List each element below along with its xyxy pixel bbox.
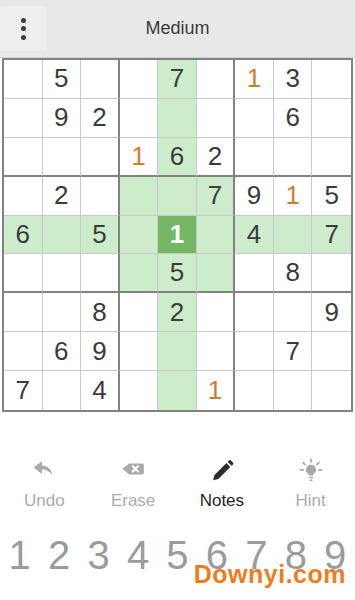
cell-r8c7[interactable] bbox=[235, 332, 274, 371]
undo-button[interactable]: Undo bbox=[0, 458, 89, 511]
cell-r9c5[interactable] bbox=[158, 371, 197, 410]
cell-r7c7[interactable] bbox=[235, 293, 274, 332]
cell-r5c6[interactable] bbox=[197, 216, 236, 255]
cell-r8c6[interactable] bbox=[197, 332, 236, 371]
notes-button[interactable]: Notes bbox=[178, 458, 267, 511]
cell-r8c1[interactable] bbox=[4, 332, 43, 371]
notes-label: Notes bbox=[200, 491, 244, 511]
cell-r4c5[interactable] bbox=[158, 177, 197, 216]
cell-r8c4[interactable] bbox=[120, 332, 159, 371]
watermark: Downyi.com bbox=[194, 560, 346, 589]
cell-r2c7[interactable] bbox=[235, 99, 274, 138]
cell-r6c5[interactable]: 5 bbox=[158, 254, 197, 293]
cell-r1c1[interactable] bbox=[4, 60, 43, 99]
cell-r1c3[interactable] bbox=[81, 60, 120, 99]
cell-r8c2[interactable]: 6 bbox=[43, 332, 82, 371]
cell-r6c8[interactable]: 8 bbox=[274, 254, 313, 293]
cell-r1c5[interactable]: 7 bbox=[158, 60, 197, 99]
cell-r4c8[interactable]: 1 bbox=[274, 177, 313, 216]
sudoku-app: Medium 5713926162279156514758829697741 U… bbox=[0, 0, 355, 600]
cell-r7c3[interactable]: 8 bbox=[81, 293, 120, 332]
erase-button[interactable]: Erase bbox=[89, 458, 178, 511]
cell-r8c9[interactable] bbox=[312, 332, 351, 371]
cell-r2c2[interactable]: 9 bbox=[43, 99, 82, 138]
cell-r2c8[interactable]: 6 bbox=[274, 99, 313, 138]
cell-r4c9[interactable]: 5 bbox=[312, 177, 351, 216]
cell-r2c6[interactable] bbox=[197, 99, 236, 138]
cell-r5c4[interactable] bbox=[120, 216, 159, 255]
cell-r5c7[interactable]: 4 bbox=[235, 216, 274, 255]
numpad-key-4[interactable]: 4 bbox=[118, 535, 157, 575]
numpad-key-3[interactable]: 3 bbox=[79, 535, 118, 575]
cell-r2c4[interactable] bbox=[120, 99, 159, 138]
cell-r6c1[interactable] bbox=[4, 254, 43, 293]
menu-button[interactable] bbox=[0, 6, 46, 51]
cell-r7c8[interactable] bbox=[274, 293, 313, 332]
cell-r8c8[interactable]: 7 bbox=[274, 332, 313, 371]
cell-r4c2[interactable]: 2 bbox=[43, 177, 82, 216]
cell-r9c9[interactable] bbox=[312, 371, 351, 410]
cell-r7c9[interactable]: 9 bbox=[312, 293, 351, 332]
cell-r9c1[interactable]: 7 bbox=[4, 371, 43, 410]
cell-r6c3[interactable] bbox=[81, 254, 120, 293]
cell-r4c7[interactable]: 9 bbox=[235, 177, 274, 216]
numpad-key-5[interactable]: 5 bbox=[158, 535, 197, 575]
cell-r7c5[interactable]: 2 bbox=[158, 293, 197, 332]
cell-r3c2[interactable] bbox=[43, 138, 82, 177]
page-title: Medium bbox=[145, 18, 209, 39]
cell-r7c1[interactable] bbox=[4, 293, 43, 332]
hint-label: Hint bbox=[296, 491, 326, 511]
numpad-key-2[interactable]: 2 bbox=[39, 535, 78, 575]
cell-r5c2[interactable] bbox=[43, 216, 82, 255]
header: Medium bbox=[0, 0, 355, 58]
cell-r9c7[interactable] bbox=[235, 371, 274, 410]
cell-r3c8[interactable] bbox=[274, 138, 313, 177]
cell-r5c9[interactable]: 7 bbox=[312, 216, 351, 255]
erase-label: Erase bbox=[111, 491, 155, 511]
sudoku-board: 5713926162279156514758829697741 bbox=[2, 58, 353, 412]
erase-icon bbox=[120, 458, 146, 484]
cell-r1c2[interactable]: 5 bbox=[43, 60, 82, 99]
cell-r2c5[interactable] bbox=[158, 99, 197, 138]
cell-r8c5[interactable] bbox=[158, 332, 197, 371]
cell-r6c7[interactable] bbox=[235, 254, 274, 293]
toolbar: Undo Erase Notes bbox=[0, 458, 355, 511]
undo-icon bbox=[31, 458, 57, 484]
cell-r1c9[interactable] bbox=[312, 60, 351, 99]
menu-dots-icon bbox=[21, 18, 26, 23]
cell-r6c2[interactable] bbox=[43, 254, 82, 293]
cell-r1c8[interactable]: 3 bbox=[274, 60, 313, 99]
cell-r5c3[interactable]: 5 bbox=[81, 216, 120, 255]
cell-r3c1[interactable] bbox=[4, 138, 43, 177]
undo-label: Undo bbox=[24, 491, 65, 511]
cell-r9c4[interactable] bbox=[120, 371, 159, 410]
cell-r4c4[interactable] bbox=[120, 177, 159, 216]
cell-r9c8[interactable] bbox=[274, 371, 313, 410]
cell-r3c6[interactable]: 2 bbox=[197, 138, 236, 177]
cell-r4c6[interactable]: 7 bbox=[197, 177, 236, 216]
notes-pencil-icon bbox=[209, 458, 235, 484]
cell-r2c9[interactable] bbox=[312, 99, 351, 138]
hint-bulb-icon bbox=[298, 458, 324, 484]
cell-r9c3[interactable]: 4 bbox=[81, 371, 120, 410]
cell-r7c2[interactable] bbox=[43, 293, 82, 332]
cell-r2c1[interactable] bbox=[4, 99, 43, 138]
cell-r6c6[interactable] bbox=[197, 254, 236, 293]
cell-r3c9[interactable] bbox=[312, 138, 351, 177]
cell-r1c6[interactable] bbox=[197, 60, 236, 99]
hint-button[interactable]: Hint bbox=[266, 458, 355, 511]
cell-r3c5[interactable]: 6 bbox=[158, 138, 197, 177]
cell-r5c1[interactable]: 6 bbox=[4, 216, 43, 255]
cell-r5c5[interactable]: 1 bbox=[158, 216, 197, 255]
cell-r9c2[interactable] bbox=[43, 371, 82, 410]
cell-r9c6[interactable]: 1 bbox=[197, 371, 236, 410]
cell-r1c4[interactable] bbox=[120, 60, 159, 99]
cell-r4c3[interactable] bbox=[81, 177, 120, 216]
cell-r4c1[interactable] bbox=[4, 177, 43, 216]
cell-r5c8[interactable] bbox=[274, 216, 313, 255]
cell-r2c3[interactable]: 2 bbox=[81, 99, 120, 138]
cell-r6c4[interactable] bbox=[120, 254, 159, 293]
cell-r6c9[interactable] bbox=[312, 254, 351, 293]
cell-r7c6[interactable] bbox=[197, 293, 236, 332]
cell-r7c4[interactable] bbox=[120, 293, 159, 332]
cell-r3c4[interactable]: 1 bbox=[120, 138, 159, 177]
cell-r3c3[interactable] bbox=[81, 138, 120, 177]
cell-r8c3[interactable]: 9 bbox=[81, 332, 120, 371]
numpad-key-1[interactable]: 1 bbox=[0, 535, 39, 575]
cell-r3c7[interactable] bbox=[235, 138, 274, 177]
cell-r1c7[interactable]: 1 bbox=[235, 60, 274, 99]
